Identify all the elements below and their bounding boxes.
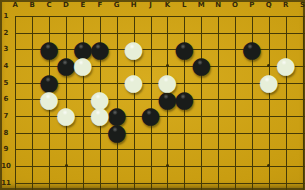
black-stone-L6[interactable]: ● <box>176 91 193 108</box>
row-label-9: 9 <box>0 144 12 154</box>
column-label-S: S <box>295 0 305 10</box>
row-label-1: 1 <box>0 11 12 21</box>
star-point-K4 <box>166 64 169 67</box>
black-stone-G8[interactable]: ● <box>108 124 125 141</box>
grid-hline <box>15 166 305 167</box>
row-label-8: 8 <box>0 128 12 138</box>
white-stone-D7[interactable]: ● <box>58 107 75 124</box>
grid-vline <box>32 16 33 190</box>
column-label-L: L <box>176 0 192 10</box>
row-label-5: 5 <box>0 78 12 88</box>
column-label-R: R <box>278 0 294 10</box>
star-point-Q10 <box>267 164 270 167</box>
column-label-P: P <box>244 0 260 10</box>
black-stone-M4[interactable]: ● <box>193 57 210 74</box>
star-point-D10 <box>65 164 68 167</box>
grid-hline <box>15 183 305 184</box>
grid-vline <box>218 16 219 190</box>
row-label-10: 10 <box>0 161 12 171</box>
column-label-G: G <box>109 0 125 10</box>
column-label-F: F <box>92 0 108 10</box>
black-stone-J7[interactable]: ● <box>142 107 159 124</box>
column-label-Q: Q <box>261 0 277 10</box>
grid-vline <box>15 16 16 190</box>
row-label-2: 2 <box>0 28 12 38</box>
grid-hline <box>15 149 305 150</box>
go-board[interactable]: ABCDEFGHJKLMNOPQRS1234567891011●●●●●●●●●… <box>0 0 305 190</box>
column-label-N: N <box>210 0 226 10</box>
column-label-C: C <box>41 0 57 10</box>
grid-hline <box>15 133 305 134</box>
grid-hline <box>15 33 305 34</box>
white-stone-F7[interactable]: ● <box>91 107 108 124</box>
white-stone-E4[interactable]: ● <box>74 57 91 74</box>
grid-vline <box>235 16 236 190</box>
black-stone-P3[interactable]: ● <box>243 41 260 58</box>
grid-vline <box>286 16 287 190</box>
column-label-B: B <box>24 0 40 10</box>
grid-vline <box>303 16 304 190</box>
row-label-3: 3 <box>0 44 12 54</box>
row-label-11: 11 <box>0 178 12 188</box>
white-stone-H5[interactable]: ● <box>125 74 142 91</box>
grid-vline <box>201 16 202 190</box>
column-label-H: H <box>126 0 142 10</box>
row-label-6: 6 <box>0 94 12 104</box>
column-label-K: K <box>159 0 175 10</box>
white-stone-R4[interactable]: ● <box>277 57 294 74</box>
star-point-K10 <box>166 164 169 167</box>
grid-hline <box>15 16 305 17</box>
column-label-A: A <box>7 0 23 10</box>
white-stone-Q5[interactable]: ● <box>260 74 277 91</box>
column-label-D: D <box>58 0 74 10</box>
column-label-J: J <box>143 0 159 10</box>
white-stone-H3[interactable]: ● <box>125 41 142 58</box>
column-label-M: M <box>193 0 209 10</box>
column-label-O: O <box>227 0 243 10</box>
black-stone-F3[interactable]: ● <box>91 41 108 58</box>
row-label-4: 4 <box>0 61 12 71</box>
column-label-E: E <box>75 0 91 10</box>
row-label-7: 7 <box>0 111 12 121</box>
white-stone-K5[interactable]: ● <box>159 74 176 91</box>
